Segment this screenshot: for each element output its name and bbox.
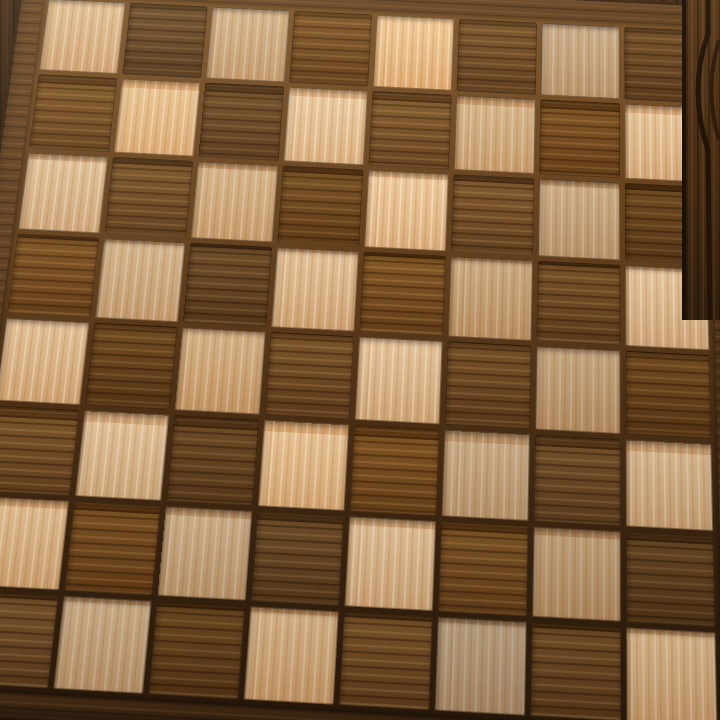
square-f6 [451, 174, 534, 256]
square-e3 [350, 425, 440, 516]
square-a6 [18, 153, 108, 234]
square-e1 [339, 612, 433, 711]
square-d8 [289, 11, 372, 87]
square-b1 [53, 596, 151, 694]
square-d2 [251, 511, 344, 606]
square-b6 [104, 157, 193, 238]
square-b3 [75, 410, 169, 501]
square-f8 [457, 19, 537, 95]
square-c5 [183, 243, 272, 327]
square-d7 [283, 87, 367, 165]
square-h4 [625, 351, 711, 439]
square-f1 [435, 617, 527, 716]
carved-arc-icon [686, 0, 720, 320]
square-c7 [198, 83, 284, 161]
square-c2 [157, 506, 252, 600]
square-e6 [364, 170, 449, 251]
square-g5 [537, 261, 621, 346]
square-e4 [355, 337, 443, 425]
square-c3 [166, 415, 259, 506]
square-g2 [532, 526, 621, 621]
square-b4 [85, 323, 177, 410]
square-d5 [271, 247, 359, 331]
photo-scene: Empty wooden chessboard (overhead photo,… [0, 0, 720, 720]
square-d4 [265, 332, 355, 420]
square-b7 [114, 78, 201, 156]
square-e5 [359, 252, 445, 336]
square-b8 [122, 3, 207, 78]
square-a8 [39, 0, 126, 74]
square-c4 [175, 327, 266, 414]
board-grid [0, 0, 720, 720]
board-frame [0, 0, 720, 720]
square-f5 [448, 256, 533, 341]
square-c8 [206, 7, 290, 82]
square-f4 [445, 341, 532, 429]
square-g8 [540, 23, 619, 99]
square-a5 [7, 234, 99, 318]
square-d3 [258, 420, 349, 511]
square-e7 [368, 91, 451, 170]
square-h1 [626, 627, 717, 720]
square-g7 [539, 99, 620, 178]
square-a1 [0, 591, 58, 689]
square-g1 [530, 622, 621, 720]
square-a2 [0, 496, 69, 590]
square-a7 [29, 74, 117, 152]
square-a3 [0, 405, 80, 495]
square-f3 [441, 430, 529, 521]
square-d6 [277, 166, 363, 247]
square-e2 [344, 516, 436, 611]
square-g6 [538, 179, 620, 261]
square-c1 [148, 601, 245, 699]
square-h2 [626, 532, 715, 627]
square-h3 [626, 439, 714, 531]
square-f2 [438, 521, 528, 616]
square-b2 [64, 501, 160, 595]
square-g4 [535, 346, 620, 434]
square-a4 [0, 318, 89, 405]
square-c6 [191, 161, 278, 242]
square-g3 [534, 435, 621, 526]
box-corner-carving [682, 0, 720, 320]
chessboard [0, 0, 720, 720]
square-d1 [244, 606, 339, 704]
square-e8 [373, 15, 455, 91]
square-b5 [95, 238, 186, 322]
square-f7 [454, 95, 536, 174]
